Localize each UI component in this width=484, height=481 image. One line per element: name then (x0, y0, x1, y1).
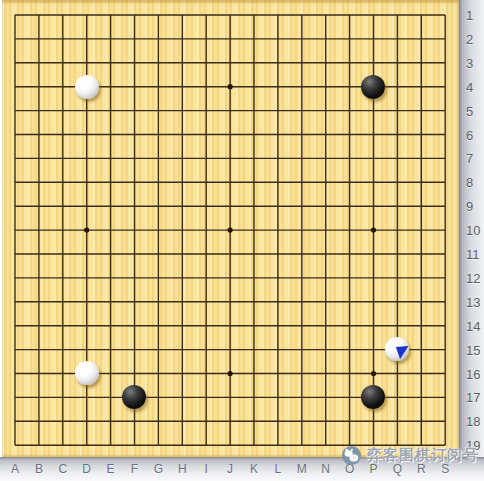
row-label-12: 12 (466, 270, 480, 285)
col-label-I: I (205, 462, 208, 476)
watermark: 弈客围棋订阅号 (341, 445, 479, 466)
col-label-N: N (321, 462, 330, 476)
row-label-16: 16 (466, 366, 480, 381)
yike-weiqi-logo-icon (341, 445, 362, 466)
go-board[interactable] (2, 0, 459, 457)
row-label-11: 11 (466, 247, 480, 262)
stones-layer (3, 3, 457, 457)
col-label-J: J (227, 462, 233, 476)
row-label-2: 2 (466, 31, 473, 46)
col-label-L: L (275, 462, 282, 476)
col-label-F: F (131, 462, 138, 476)
col-label-H: H (178, 462, 187, 476)
row-label-10: 10 (466, 223, 480, 238)
row-labels-strip: 12345678910111213141516171819 (459, 0, 484, 457)
col-label-E: E (107, 462, 115, 476)
row-label-9: 9 (466, 199, 473, 214)
row-label-3: 3 (466, 55, 473, 70)
row-label-1: 1 (466, 8, 473, 23)
col-label-G: G (154, 462, 163, 476)
row-label-15: 15 (466, 342, 480, 357)
col-label-A: A (11, 462, 19, 476)
row-label-13: 13 (466, 294, 480, 309)
go-app-screenshot: 12345678910111213141516171819 ABCDEFGHIJ… (0, 0, 484, 481)
col-label-D: D (82, 462, 91, 476)
col-label-M: M (297, 462, 307, 476)
row-label-14: 14 (466, 318, 480, 333)
stone-black-P4[interactable] (361, 75, 385, 99)
stone-white-D4[interactable] (75, 75, 99, 99)
stone-black-F17[interactable] (122, 385, 146, 409)
row-label-6: 6 (466, 127, 473, 142)
watermark-text: 弈客围棋订阅号 (367, 446, 479, 465)
col-label-C: C (58, 462, 67, 476)
stone-white-D16[interactable] (75, 361, 99, 385)
row-label-4: 4 (466, 79, 473, 94)
row-label-8: 8 (466, 175, 473, 190)
stone-black-P17[interactable] (361, 385, 385, 409)
row-label-18: 18 (466, 414, 480, 429)
last-move-triangle-marker (385, 337, 409, 361)
col-label-B: B (35, 462, 43, 476)
row-label-17: 17 (466, 390, 480, 405)
stone-white-Q15[interactable] (385, 337, 409, 361)
col-label-K: K (250, 462, 258, 476)
row-label-5: 5 (466, 103, 473, 118)
row-label-7: 7 (466, 151, 473, 166)
